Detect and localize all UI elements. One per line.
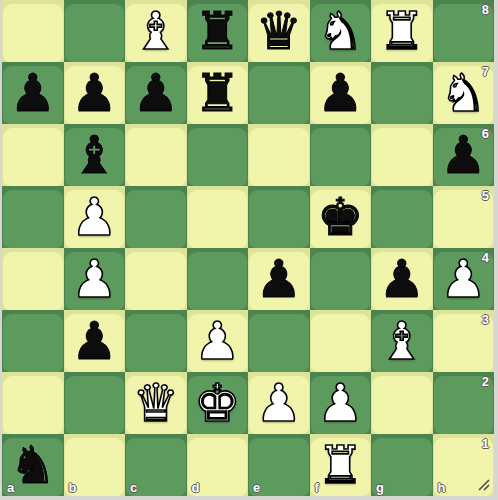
square-a7[interactable]: ♟	[2, 62, 64, 124]
file-label-f: f	[315, 480, 319, 495]
square-e3[interactable]	[248, 310, 310, 372]
rank-label-6: 6	[482, 126, 489, 141]
square-d3[interactable]: ♟	[187, 310, 249, 372]
square-b2[interactable]	[64, 372, 126, 434]
white-king[interactable]: ♚	[187, 372, 249, 434]
black-queen[interactable]: ♛	[248, 0, 310, 62]
white-pawn[interactable]: ♟	[187, 310, 249, 372]
square-g8[interactable]: ♜	[371, 0, 433, 62]
square-g2[interactable]	[371, 372, 433, 434]
square-f8[interactable]: ♞	[310, 0, 372, 62]
file-label-g: g	[376, 480, 384, 495]
square-a8[interactable]	[2, 0, 64, 62]
square-a3[interactable]	[2, 310, 64, 372]
rank-label-1: 1	[482, 436, 489, 451]
white-pawn[interactable]: ♟	[310, 372, 372, 434]
square-f6[interactable]	[310, 124, 372, 186]
square-c7[interactable]: ♟	[125, 62, 187, 124]
square-g4[interactable]: ♟	[371, 248, 433, 310]
square-d8[interactable]: ♜	[187, 0, 249, 62]
rank-label-3: 3	[482, 312, 489, 327]
black-pawn[interactable]: ♟	[248, 248, 310, 310]
square-d6[interactable]	[187, 124, 249, 186]
square-c4[interactable]	[125, 248, 187, 310]
square-e5[interactable]	[248, 186, 310, 248]
square-e1[interactable]: e	[248, 434, 310, 496]
square-d5[interactable]	[187, 186, 249, 248]
square-c8[interactable]: ♝	[125, 0, 187, 62]
white-bishop[interactable]: ♝	[371, 310, 433, 372]
file-label-c: c	[130, 480, 137, 495]
square-a6[interactable]	[2, 124, 64, 186]
black-bishop[interactable]: ♝	[64, 124, 126, 186]
square-c5[interactable]	[125, 186, 187, 248]
square-e7[interactable]	[248, 62, 310, 124]
chess-board-widget: ♝♜♛♞♜8♟♟♟♜♟♞7♝♟6♟♚5♟♟♟♟4♟♟♝3♛♚♟♟2♞abcde♜…	[0, 0, 498, 500]
square-h4[interactable]: ♟4	[433, 248, 495, 310]
square-c6[interactable]	[125, 124, 187, 186]
square-h7[interactable]: ♞7	[433, 62, 495, 124]
white-pawn[interactable]: ♟	[64, 186, 126, 248]
file-label-b: b	[69, 480, 77, 495]
square-b8[interactable]	[64, 0, 126, 62]
square-b5[interactable]: ♟	[64, 186, 126, 248]
square-d7[interactable]: ♜	[187, 62, 249, 124]
square-b7[interactable]: ♟	[64, 62, 126, 124]
white-knight[interactable]: ♞	[310, 0, 372, 62]
file-label-d: d	[192, 480, 200, 495]
square-h2[interactable]: 2	[433, 372, 495, 434]
square-f7[interactable]: ♟	[310, 62, 372, 124]
square-a4[interactable]	[2, 248, 64, 310]
square-g7[interactable]	[371, 62, 433, 124]
square-e2[interactable]: ♟	[248, 372, 310, 434]
chess-board[interactable]: ♝♜♛♞♜8♟♟♟♜♟♞7♝♟6♟♚5♟♟♟♟4♟♟♝3♛♚♟♟2♞abcde♜…	[2, 0, 494, 496]
file-label-h: h	[438, 480, 446, 495]
square-a2[interactable]	[2, 372, 64, 434]
square-d4[interactable]	[187, 248, 249, 310]
square-e6[interactable]	[248, 124, 310, 186]
white-pawn[interactable]: ♟	[248, 372, 310, 434]
square-c3[interactable]	[125, 310, 187, 372]
square-h3[interactable]: 3	[433, 310, 495, 372]
white-bishop[interactable]: ♝	[125, 0, 187, 62]
square-f1[interactable]: ♜f	[310, 434, 372, 496]
black-rook[interactable]: ♜	[187, 62, 249, 124]
square-c1[interactable]: c	[125, 434, 187, 496]
square-b4[interactable]: ♟	[64, 248, 126, 310]
black-king[interactable]: ♚	[310, 186, 372, 248]
white-queen[interactable]: ♛	[125, 372, 187, 434]
black-pawn[interactable]: ♟	[64, 62, 126, 124]
white-pawn[interactable]: ♟	[64, 248, 126, 310]
square-d2[interactable]: ♚	[187, 372, 249, 434]
square-g3[interactable]: ♝	[371, 310, 433, 372]
square-e4[interactable]: ♟	[248, 248, 310, 310]
resize-handle-icon[interactable]	[476, 477, 491, 492]
square-h5[interactable]: 5	[433, 186, 495, 248]
black-pawn[interactable]: ♟	[310, 62, 372, 124]
rank-label-4: 4	[482, 250, 489, 265]
file-label-a: a	[7, 480, 14, 495]
black-pawn[interactable]: ♟	[125, 62, 187, 124]
square-e8[interactable]: ♛	[248, 0, 310, 62]
square-b6[interactable]: ♝	[64, 124, 126, 186]
square-f5[interactable]: ♚	[310, 186, 372, 248]
square-c2[interactable]: ♛	[125, 372, 187, 434]
rank-label-2: 2	[482, 374, 489, 389]
square-g6[interactable]	[371, 124, 433, 186]
rank-label-7: 7	[482, 64, 489, 79]
black-pawn[interactable]: ♟	[371, 248, 433, 310]
file-label-e: e	[253, 480, 260, 495]
square-a1[interactable]: ♞a	[2, 434, 64, 496]
square-b3[interactable]: ♟	[64, 310, 126, 372]
square-f4[interactable]	[310, 248, 372, 310]
square-h6[interactable]: ♟6	[433, 124, 495, 186]
square-f3[interactable]	[310, 310, 372, 372]
square-g5[interactable]	[371, 186, 433, 248]
black-rook[interactable]: ♜	[187, 0, 249, 62]
black-pawn[interactable]: ♟	[64, 310, 126, 372]
white-rook[interactable]: ♜	[371, 0, 433, 62]
square-b1[interactable]: b	[64, 434, 126, 496]
square-g1[interactable]: g	[371, 434, 433, 496]
rank-label-8: 8	[482, 2, 489, 17]
square-h8[interactable]: 8	[433, 0, 495, 62]
square-f2[interactable]: ♟	[310, 372, 372, 434]
rank-label-5: 5	[482, 188, 489, 203]
square-a5[interactable]	[2, 186, 64, 248]
square-d1[interactable]: d	[187, 434, 249, 496]
black-pawn[interactable]: ♟	[2, 62, 64, 124]
